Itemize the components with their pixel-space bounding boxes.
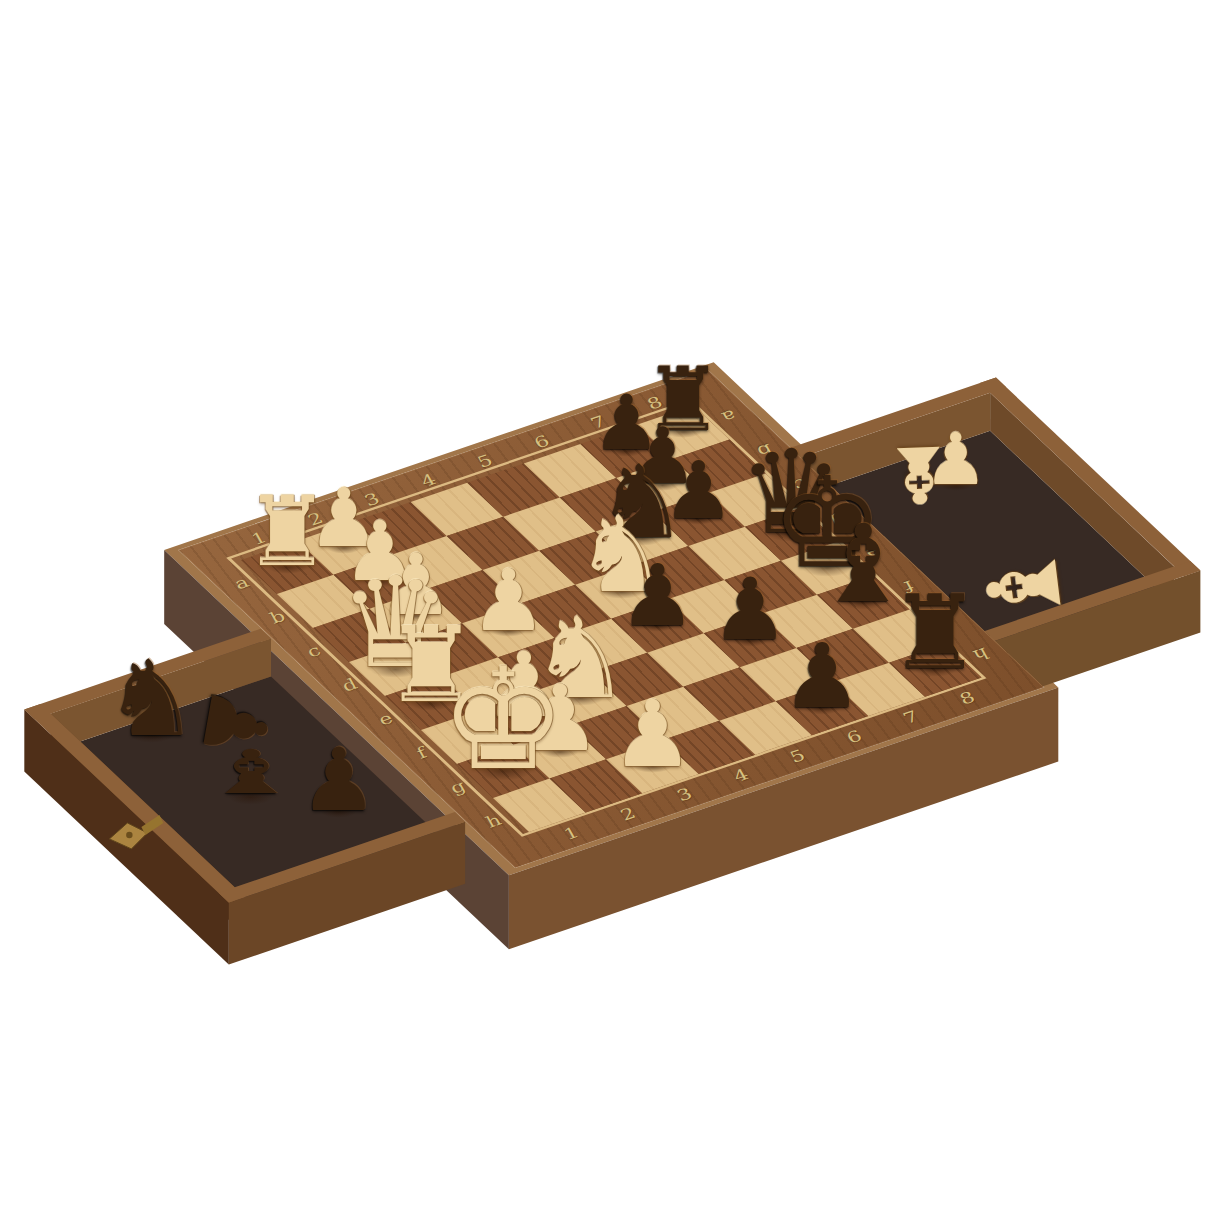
piece-white-king-g1[interactable]: ♚ [440, 650, 566, 791]
captured-black-bishop[interactable]: ♝ [201, 742, 300, 803]
piece-black-pawn-e5[interactable]: ♟ [619, 553, 695, 638]
captured-white-pawn[interactable]: ♟ [923, 424, 987, 496]
captured-white-bishop[interactable]: ♝ [971, 537, 1079, 636]
latch-screw [126, 832, 132, 838]
piece-black-pawn-f6[interactable]: ♟ [712, 567, 789, 653]
captured-black-knight[interactable]: ♞ [104, 645, 198, 750]
captured-black-pawn[interactable]: ♟ [300, 738, 378, 825]
piece-black-rook-h8[interactable]: ♜ [889, 582, 981, 684]
piece-white-rook-a1[interactable]: ♜ [244, 484, 330, 580]
piece-black-pawn-h6[interactable]: ♟ [782, 632, 862, 721]
chess-box-product-photo: 12345678 abcdefgh abcdefgh 12345678 ♜♟♟♟… [0, 0, 1214, 1214]
piece-white-pawn-h3[interactable]: ♟ [611, 687, 694, 779]
